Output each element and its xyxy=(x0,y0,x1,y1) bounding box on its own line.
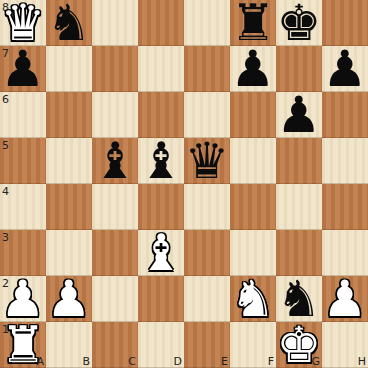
piece-black-king[interactable]: ♚ xyxy=(276,0,322,46)
square-e4[interactable] xyxy=(184,184,230,230)
square-d3[interactable]: ♝ xyxy=(138,230,184,276)
square-a4[interactable]: 4 xyxy=(0,184,46,230)
piece-black-queen[interactable]: ♛ xyxy=(184,138,230,184)
file-label-c: C xyxy=(128,355,136,368)
piece-black-pawn[interactable]: ♟ xyxy=(230,46,276,92)
square-b8[interactable]: ♞ xyxy=(46,0,92,46)
piece-white-bishop[interactable]: ♝ xyxy=(138,230,184,276)
piece-black-pawn[interactable]: ♟ xyxy=(322,46,368,92)
square-c7[interactable] xyxy=(92,46,138,92)
square-f7[interactable]: ♟ xyxy=(230,46,276,92)
square-h1[interactable]: H xyxy=(322,322,368,368)
square-a1[interactable]: 1A♜ xyxy=(0,322,46,368)
square-b4[interactable] xyxy=(46,184,92,230)
square-a6[interactable]: 6 xyxy=(0,92,46,138)
file-label-h: H xyxy=(358,355,366,368)
piece-black-pawn[interactable]: ♟ xyxy=(276,92,322,138)
file-label-b: B xyxy=(82,355,90,368)
square-h7[interactable]: ♟ xyxy=(322,46,368,92)
square-h4[interactable] xyxy=(322,184,368,230)
square-c5[interactable]: ♝ xyxy=(92,138,138,184)
chess-board: 8♛♞♜♚7♟♟♟6♟5♝♝♛43♝2♟♟♞♞♟1A♜BCDEFG♚H xyxy=(0,0,368,368)
square-f4[interactable] xyxy=(230,184,276,230)
piece-white-pawn[interactable]: ♟ xyxy=(322,276,368,322)
square-b2[interactable]: ♟ xyxy=(46,276,92,322)
square-h2[interactable]: ♟ xyxy=(322,276,368,322)
square-c4[interactable] xyxy=(92,184,138,230)
square-b7[interactable] xyxy=(46,46,92,92)
rank-label-1: 1 xyxy=(2,323,9,336)
square-e7[interactable] xyxy=(184,46,230,92)
square-e8[interactable] xyxy=(184,0,230,46)
square-h5[interactable] xyxy=(322,138,368,184)
piece-white-knight[interactable]: ♞ xyxy=(230,276,276,322)
rank-label-7: 7 xyxy=(2,47,9,60)
square-d7[interactable] xyxy=(138,46,184,92)
square-f6[interactable] xyxy=(230,92,276,138)
square-f2[interactable]: ♞ xyxy=(230,276,276,322)
square-c3[interactable] xyxy=(92,230,138,276)
square-a7[interactable]: 7♟ xyxy=(0,46,46,92)
file-label-e: E xyxy=(221,355,228,368)
square-c1[interactable]: C xyxy=(92,322,138,368)
rank-label-5: 5 xyxy=(2,139,9,152)
square-g6[interactable]: ♟ xyxy=(276,92,322,138)
file-label-f: F xyxy=(268,355,274,368)
rank-label-8: 8 xyxy=(2,1,9,14)
square-g5[interactable] xyxy=(276,138,322,184)
rank-label-2: 2 xyxy=(2,277,9,290)
square-g8[interactable]: ♚ xyxy=(276,0,322,46)
square-a5[interactable]: 5 xyxy=(0,138,46,184)
rank-label-4: 4 xyxy=(2,185,9,198)
square-e3[interactable] xyxy=(184,230,230,276)
square-g4[interactable] xyxy=(276,184,322,230)
square-e1[interactable]: E xyxy=(184,322,230,368)
square-h6[interactable] xyxy=(322,92,368,138)
square-d8[interactable] xyxy=(138,0,184,46)
file-label-d: D xyxy=(174,355,182,368)
square-e5[interactable]: ♛ xyxy=(184,138,230,184)
square-b6[interactable] xyxy=(46,92,92,138)
square-f1[interactable]: F xyxy=(230,322,276,368)
file-label-g: G xyxy=(311,355,320,368)
piece-black-bishop[interactable]: ♝ xyxy=(92,138,138,184)
square-c2[interactable] xyxy=(92,276,138,322)
piece-black-knight[interactable]: ♞ xyxy=(46,0,92,46)
square-d2[interactable] xyxy=(138,276,184,322)
piece-black-bishop[interactable]: ♝ xyxy=(138,138,184,184)
square-f5[interactable] xyxy=(230,138,276,184)
square-g1[interactable]: G♚ xyxy=(276,322,322,368)
square-b5[interactable] xyxy=(46,138,92,184)
square-c8[interactable] xyxy=(92,0,138,46)
square-d5[interactable]: ♝ xyxy=(138,138,184,184)
file-label-a: A xyxy=(36,355,44,368)
square-e2[interactable] xyxy=(184,276,230,322)
rank-label-3: 3 xyxy=(2,231,9,244)
piece-white-pawn[interactable]: ♟ xyxy=(46,276,92,322)
square-b1[interactable]: B xyxy=(46,322,92,368)
rank-label-6: 6 xyxy=(2,93,9,106)
square-d1[interactable]: D xyxy=(138,322,184,368)
